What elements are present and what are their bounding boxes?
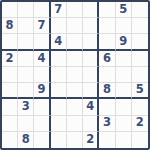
sudoku-cell-r4c6-empty[interactable] <box>83 51 99 67</box>
sudoku-cell-r8c7-given: 3 <box>99 116 115 132</box>
sudoku-cell-r2c7-empty[interactable] <box>99 18 115 34</box>
sudoku-cell-r1c8-given: 5 <box>116 2 132 18</box>
sudoku-cell-r2c1-given: 8 <box>2 18 18 34</box>
sudoku-cell-r7c9-empty[interactable] <box>132 99 148 115</box>
sudoku-cell-r3c3-empty[interactable] <box>34 34 50 50</box>
sudoku-cell-r4c4-empty[interactable] <box>51 51 67 67</box>
sudoku-cell-r6c5-empty[interactable] <box>67 83 83 99</box>
sudoku-cell-r2c5-empty[interactable] <box>67 18 83 34</box>
sudoku-cell-r3c4-given: 4 <box>51 34 67 50</box>
sudoku-cell-r2c6-empty[interactable] <box>83 18 99 34</box>
sudoku-cell-r3c5-empty[interactable] <box>67 34 83 50</box>
sudoku-cell-r8c2-empty[interactable] <box>18 116 34 132</box>
sudoku-cell-r5c3-empty[interactable] <box>34 67 50 83</box>
sudoku-cell-r2c9-empty[interactable] <box>132 18 148 34</box>
sudoku-cell-r5c2-empty[interactable] <box>18 67 34 83</box>
sudoku-cell-r5c4-empty[interactable] <box>51 67 67 83</box>
sudoku-cell-r4c5-empty[interactable] <box>67 51 83 67</box>
sudoku-cell-r9c5-empty[interactable] <box>67 132 83 148</box>
sudoku-cell-r7c4-empty[interactable] <box>51 99 67 115</box>
sudoku-cell-r3c2-empty[interactable] <box>18 34 34 50</box>
sudoku-cell-r8c8-empty[interactable] <box>116 116 132 132</box>
sudoku-cell-r1c1-empty[interactable] <box>2 2 18 18</box>
sudoku-cell-r6c3-given: 9 <box>34 83 50 99</box>
sudoku-cell-r9c9-empty[interactable] <box>132 132 148 148</box>
sudoku-cell-r9c4-empty[interactable] <box>51 132 67 148</box>
sudoku-cell-r6c9-given: 5 <box>132 83 148 99</box>
sudoku-cell-r5c6-empty[interactable] <box>83 67 99 83</box>
sudoku-board: 758749246985343282 <box>0 0 150 150</box>
sudoku-cell-r4c8-empty[interactable] <box>116 51 132 67</box>
sudoku-cell-r6c8-empty[interactable] <box>116 83 132 99</box>
sudoku-cell-r1c7-empty[interactable] <box>99 2 115 18</box>
sudoku-cell-r4c7-given: 6 <box>99 51 115 67</box>
sudoku-cell-r9c7-empty[interactable] <box>99 132 115 148</box>
sudoku-cell-r9c2-given: 8 <box>18 132 34 148</box>
sudoku-cell-r8c1-empty[interactable] <box>2 116 18 132</box>
sudoku-cell-r3c8-given: 9 <box>116 34 132 50</box>
sudoku-cell-r4c9-empty[interactable] <box>132 51 148 67</box>
sudoku-cell-r1c9-empty[interactable] <box>132 2 148 18</box>
sudoku-cell-r1c3-empty[interactable] <box>34 2 50 18</box>
sudoku-cell-r6c4-empty[interactable] <box>51 83 67 99</box>
sudoku-cell-r5c5-empty[interactable] <box>67 67 83 83</box>
sudoku-cell-r4c1-given: 2 <box>2 51 18 67</box>
sudoku-cell-r3c1-empty[interactable] <box>2 34 18 50</box>
sudoku-cell-r7c3-empty[interactable] <box>34 99 50 115</box>
sudoku-cell-r1c4-given: 7 <box>51 2 67 18</box>
sudoku-cell-r3c7-empty[interactable] <box>99 34 115 50</box>
sudoku-cell-r3c6-empty[interactable] <box>83 34 99 50</box>
sudoku-cell-r8c4-empty[interactable] <box>51 116 67 132</box>
sudoku-cell-r6c7-given: 8 <box>99 83 115 99</box>
sudoku-cell-r2c2-empty[interactable] <box>18 18 34 34</box>
sudoku-cell-r1c6-empty[interactable] <box>83 2 99 18</box>
sudoku-cell-r9c8-empty[interactable] <box>116 132 132 148</box>
sudoku-cell-r6c6-empty[interactable] <box>83 83 99 99</box>
sudoku-cell-r6c2-empty[interactable] <box>18 83 34 99</box>
sudoku-cell-r7c7-empty[interactable] <box>99 99 115 115</box>
sudoku-cell-r4c3-given: 4 <box>34 51 50 67</box>
sudoku-cell-r1c5-empty[interactable] <box>67 2 83 18</box>
sudoku-cell-r9c1-empty[interactable] <box>2 132 18 148</box>
sudoku-cell-r1c2-empty[interactable] <box>18 2 34 18</box>
sudoku-cell-r9c6-given: 2 <box>83 132 99 148</box>
sudoku-cell-r7c1-empty[interactable] <box>2 99 18 115</box>
sudoku-cell-r4c2-empty[interactable] <box>18 51 34 67</box>
sudoku-cell-r5c1-empty[interactable] <box>2 67 18 83</box>
sudoku-cell-r2c4-empty[interactable] <box>51 18 67 34</box>
sudoku-cell-r6c1-empty[interactable] <box>2 83 18 99</box>
sudoku-cell-r5c7-empty[interactable] <box>99 67 115 83</box>
sudoku-cell-r8c5-empty[interactable] <box>67 116 83 132</box>
sudoku-cell-r7c6-given: 4 <box>83 99 99 115</box>
sudoku-cell-r3c9-empty[interactable] <box>132 34 148 50</box>
sudoku-cell-r5c9-empty[interactable] <box>132 67 148 83</box>
sudoku-cell-r7c5-empty[interactable] <box>67 99 83 115</box>
sudoku-cell-r8c6-empty[interactable] <box>83 116 99 132</box>
sudoku-cell-r7c8-empty[interactable] <box>116 99 132 115</box>
sudoku-cell-r9c3-empty[interactable] <box>34 132 50 148</box>
sudoku-cell-r8c9-given: 2 <box>132 116 148 132</box>
sudoku-cell-r2c3-given: 7 <box>34 18 50 34</box>
sudoku-cell-r7c2-given: 3 <box>18 99 34 115</box>
sudoku-cell-r2c8-empty[interactable] <box>116 18 132 34</box>
sudoku-cell-r5c8-empty[interactable] <box>116 67 132 83</box>
sudoku-cell-r8c3-empty[interactable] <box>34 116 50 132</box>
